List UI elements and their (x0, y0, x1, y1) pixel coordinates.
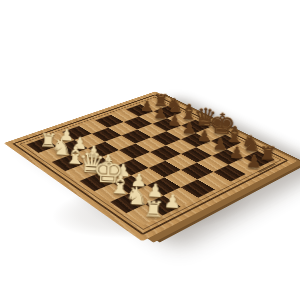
black-pawn-h7[interactable]: ♟ (242, 153, 266, 171)
perspective-scene: ♜♟♟♜♞♟♟♞♝♟♟♝♛♟♟♛♚♟♟♚♝♟♟♝♞♟♟♞♜♟♟♜ (0, 3, 300, 297)
product-photo-stage: ♜♟♟♜♞♟♟♞♝♟♟♝♛♟♟♛♚♟♟♚♝♟♟♝♞♟♟♞♜♟♟♜ (0, 0, 300, 300)
chess-board[interactable]: ♜♟♟♜♞♟♟♞♝♟♟♝♛♟♟♛♚♟♟♚♝♟♟♝♞♟♟♞♜♟♟♜ (4, 91, 298, 241)
white-rook-h1[interactable]: ♜ (140, 198, 167, 221)
board-grid: ♜♟♟♜♞♟♟♞♝♟♟♝♛♟♟♛♚♟♟♚♝♟♟♝♞♟♟♞♜♟♟♜ (26, 99, 274, 225)
